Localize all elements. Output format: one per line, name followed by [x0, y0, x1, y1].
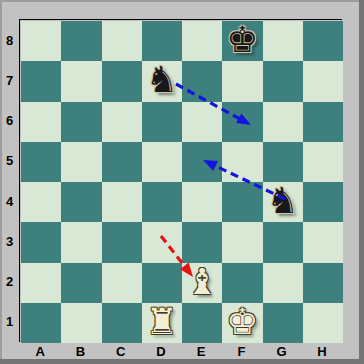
piece-black-knight[interactable]: ♞: [146, 62, 178, 98]
square-f7[interactable]: [222, 61, 262, 101]
rank-label-1: 1: [0, 302, 19, 342]
square-c7[interactable]: [102, 61, 142, 101]
square-c8[interactable]: [102, 21, 142, 61]
square-d5[interactable]: [142, 142, 182, 182]
chess-board[interactable]: ♚♞♞♝♜♚: [21, 21, 343, 343]
square-f8[interactable]: ♚: [222, 21, 262, 61]
rank-labels: 87654321: [0, 20, 19, 342]
square-e3[interactable]: [182, 222, 222, 262]
square-h5[interactable]: [303, 142, 343, 182]
file-labels: ABCDEFGH: [20, 342, 342, 361]
piece-white-bishop[interactable]: ♝: [186, 264, 218, 300]
square-b1[interactable]: [61, 303, 101, 343]
square-a3[interactable]: [21, 222, 61, 262]
square-a7[interactable]: [21, 61, 61, 101]
square-a4[interactable]: [21, 182, 61, 222]
square-a8[interactable]: [21, 21, 61, 61]
file-label-h: H: [302, 342, 342, 361]
file-label-a: A: [20, 342, 60, 361]
square-e4[interactable]: [182, 182, 222, 222]
rank-label-3: 3: [0, 221, 19, 261]
frame-edge-right: [359, 0, 364, 364]
square-c3[interactable]: [102, 222, 142, 262]
frame-edge-top: [0, 0, 364, 2]
file-label-g: G: [262, 342, 302, 361]
square-g8[interactable]: [263, 21, 303, 61]
square-c2[interactable]: [102, 263, 142, 303]
square-b8[interactable]: [61, 21, 101, 61]
square-c5[interactable]: [102, 142, 142, 182]
square-g2[interactable]: [263, 263, 303, 303]
square-b5[interactable]: [61, 142, 101, 182]
file-label-f: F: [221, 342, 261, 361]
square-d6[interactable]: [142, 102, 182, 142]
square-f2[interactable]: [222, 263, 262, 303]
rank-label-2: 2: [0, 262, 19, 302]
square-a2[interactable]: [21, 263, 61, 303]
square-c4[interactable]: [102, 182, 142, 222]
square-h1[interactable]: [303, 303, 343, 343]
file-label-c: C: [101, 342, 141, 361]
square-f5[interactable]: [222, 142, 262, 182]
square-h8[interactable]: [303, 21, 343, 61]
square-g5[interactable]: [263, 142, 303, 182]
square-f4[interactable]: [222, 182, 262, 222]
rank-label-5: 5: [0, 141, 19, 181]
square-b6[interactable]: [61, 102, 101, 142]
square-c6[interactable]: [102, 102, 142, 142]
square-d7[interactable]: ♞: [142, 61, 182, 101]
square-g6[interactable]: [263, 102, 303, 142]
square-a5[interactable]: [21, 142, 61, 182]
square-d2[interactable]: [142, 263, 182, 303]
square-h4[interactable]: [303, 182, 343, 222]
square-g3[interactable]: [263, 222, 303, 262]
square-b4[interactable]: [61, 182, 101, 222]
square-g1[interactable]: [263, 303, 303, 343]
square-d1[interactable]: ♜: [142, 303, 182, 343]
square-d3[interactable]: [142, 222, 182, 262]
square-e5[interactable]: [182, 142, 222, 182]
rank-label-4: 4: [0, 181, 19, 221]
square-e2[interactable]: ♝: [182, 263, 222, 303]
square-g4[interactable]: ♞: [263, 182, 303, 222]
square-c1[interactable]: [102, 303, 142, 343]
square-a1[interactable]: [21, 303, 61, 343]
piece-black-king[interactable]: ♚: [226, 22, 258, 58]
file-label-d: D: [141, 342, 181, 361]
square-d8[interactable]: [142, 21, 182, 61]
file-label-e: E: [181, 342, 221, 361]
board-outline: ♚♞♞♝♜♚: [19, 19, 342, 342]
square-h6[interactable]: [303, 102, 343, 142]
file-label-b: B: [60, 342, 100, 361]
square-e7[interactable]: [182, 61, 222, 101]
rank-label-8: 8: [0, 20, 19, 60]
square-b2[interactable]: [61, 263, 101, 303]
rank-label-7: 7: [0, 60, 19, 100]
piece-white-king[interactable]: ♚: [226, 304, 258, 340]
square-e6[interactable]: [182, 102, 222, 142]
square-h3[interactable]: [303, 222, 343, 262]
piece-white-rook[interactable]: ♜: [146, 304, 178, 340]
square-b3[interactable]: [61, 222, 101, 262]
rank-label-6: 6: [0, 101, 19, 141]
square-e1[interactable]: [182, 303, 222, 343]
square-e8[interactable]: [182, 21, 222, 61]
chessboard-panel: 87654321 ABCDEFGH ♚♞♞♝♜♚: [0, 0, 364, 364]
square-d4[interactable]: [142, 182, 182, 222]
square-h2[interactable]: [303, 263, 343, 303]
square-f1[interactable]: ♚: [222, 303, 262, 343]
square-f3[interactable]: [222, 222, 262, 262]
square-f6[interactable]: [222, 102, 262, 142]
piece-black-knight[interactable]: ♞: [266, 183, 298, 219]
square-a6[interactable]: [21, 102, 61, 142]
square-h7[interactable]: [303, 61, 343, 101]
square-g7[interactable]: [263, 61, 303, 101]
square-b7[interactable]: [61, 61, 101, 101]
